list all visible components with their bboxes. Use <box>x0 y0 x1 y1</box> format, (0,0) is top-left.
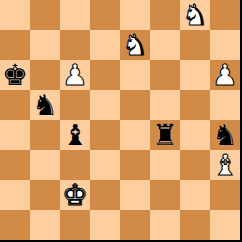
square-g7[interactable] <box>180 30 210 60</box>
square-d5[interactable] <box>90 90 120 120</box>
square-a7[interactable] <box>0 30 30 60</box>
square-b5[interactable]: ♞ <box>30 90 60 120</box>
square-c6[interactable]: ♟ <box>60 60 90 90</box>
square-c8[interactable] <box>60 0 90 30</box>
black-bishop[interactable]: ♝ <box>62 120 88 150</box>
white-knight[interactable]: ♞ <box>122 30 148 60</box>
white-king[interactable]: ♚ <box>62 180 88 210</box>
square-f1[interactable] <box>150 210 180 240</box>
board-frame: ♞♞♚♟♟♞♝♜♞♝♚ <box>0 0 242 242</box>
black-king[interactable]: ♚ <box>2 60 28 90</box>
square-f3[interactable] <box>150 150 180 180</box>
black-knight[interactable]: ♞ <box>32 90 58 120</box>
square-g3[interactable] <box>180 150 210 180</box>
square-f5[interactable] <box>150 90 180 120</box>
square-f4[interactable]: ♜ <box>150 120 180 150</box>
square-h1[interactable] <box>210 210 240 240</box>
square-e4[interactable] <box>120 120 150 150</box>
white-pawn[interactable]: ♟ <box>212 60 238 90</box>
square-f8[interactable] <box>150 0 180 30</box>
black-knight[interactable]: ♞ <box>212 120 238 150</box>
square-g8[interactable]: ♞ <box>180 0 210 30</box>
square-h6[interactable]: ♟ <box>210 60 240 90</box>
square-e1[interactable] <box>120 210 150 240</box>
square-a6[interactable]: ♚ <box>0 60 30 90</box>
square-a4[interactable] <box>0 120 30 150</box>
black-rook[interactable]: ♜ <box>152 120 178 150</box>
square-c7[interactable] <box>60 30 90 60</box>
square-a2[interactable] <box>0 180 30 210</box>
square-b8[interactable] <box>30 0 60 30</box>
square-e2[interactable] <box>120 180 150 210</box>
square-h4[interactable]: ♞ <box>210 120 240 150</box>
square-c2[interactable]: ♚ <box>60 180 90 210</box>
white-bishop[interactable]: ♝ <box>212 150 238 180</box>
square-g5[interactable] <box>180 90 210 120</box>
square-f2[interactable] <box>150 180 180 210</box>
square-f6[interactable] <box>150 60 180 90</box>
square-d7[interactable] <box>90 30 120 60</box>
white-pawn[interactable]: ♟ <box>62 60 88 90</box>
square-d2[interactable] <box>90 180 120 210</box>
square-e3[interactable] <box>120 150 150 180</box>
square-h2[interactable] <box>210 180 240 210</box>
square-b6[interactable] <box>30 60 60 90</box>
chess-board: ♞♞♚♟♟♞♝♜♞♝♚ <box>0 0 240 240</box>
square-h5[interactable] <box>210 90 240 120</box>
square-g6[interactable] <box>180 60 210 90</box>
square-h7[interactable] <box>210 30 240 60</box>
square-b7[interactable] <box>30 30 60 60</box>
white-knight[interactable]: ♞ <box>182 0 208 30</box>
square-g2[interactable] <box>180 180 210 210</box>
square-b1[interactable] <box>30 210 60 240</box>
square-e7[interactable]: ♞ <box>120 30 150 60</box>
square-c5[interactable] <box>60 90 90 120</box>
square-h8[interactable] <box>210 0 240 30</box>
square-e5[interactable] <box>120 90 150 120</box>
square-b4[interactable] <box>30 120 60 150</box>
square-a5[interactable] <box>0 90 30 120</box>
square-c4[interactable]: ♝ <box>60 120 90 150</box>
square-a1[interactable] <box>0 210 30 240</box>
square-c1[interactable] <box>60 210 90 240</box>
square-b2[interactable] <box>30 180 60 210</box>
square-d6[interactable] <box>90 60 120 90</box>
square-g4[interactable] <box>180 120 210 150</box>
square-b3[interactable] <box>30 150 60 180</box>
square-c3[interactable] <box>60 150 90 180</box>
square-a3[interactable] <box>0 150 30 180</box>
square-d8[interactable] <box>90 0 120 30</box>
square-e6[interactable] <box>120 60 150 90</box>
square-g1[interactable] <box>180 210 210 240</box>
square-a8[interactable] <box>0 0 30 30</box>
square-d4[interactable] <box>90 120 120 150</box>
square-e8[interactable] <box>120 0 150 30</box>
square-h3[interactable]: ♝ <box>210 150 240 180</box>
square-d1[interactable] <box>90 210 120 240</box>
square-d3[interactable] <box>90 150 120 180</box>
square-f7[interactable] <box>150 30 180 60</box>
